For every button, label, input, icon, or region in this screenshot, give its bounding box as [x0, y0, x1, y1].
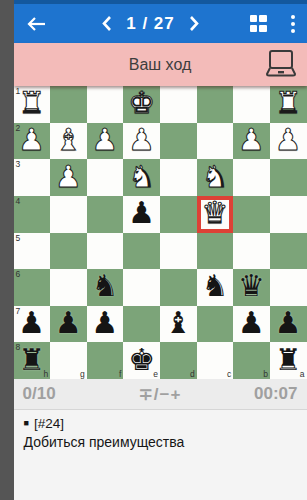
- black-knight: ♞: [201, 271, 228, 301]
- square-a7[interactable]: ♟: [270, 306, 307, 343]
- top-app-bar: 1 / 27: [14, 0, 307, 43]
- square-e8[interactable]: e♚: [123, 342, 160, 379]
- black-rook: ♜: [18, 345, 45, 375]
- file-label: d: [190, 370, 195, 379]
- square-c3[interactable]: ♞: [197, 159, 234, 196]
- file-label: c: [227, 370, 231, 379]
- square-f7[interactable]: ♟: [87, 306, 124, 343]
- grid-icon: [250, 15, 257, 22]
- square-g5[interactable]: [50, 233, 87, 270]
- square-b8[interactable]: b: [233, 342, 270, 379]
- square-b2[interactable]: ♟: [233, 123, 270, 160]
- timer: 00:07: [228, 384, 298, 404]
- puzzle-counter: 1 / 27: [126, 14, 175, 34]
- white-pawn: ♟: [18, 125, 45, 155]
- square-e6[interactable]: [123, 269, 160, 306]
- chevron-right-icon: [189, 15, 200, 32]
- square-e4[interactable]: ♟: [123, 196, 160, 233]
- square-f6[interactable]: ♞: [87, 269, 124, 306]
- square-d1[interactable]: [160, 86, 197, 123]
- white-pawn: ♟: [55, 162, 82, 192]
- square-e7[interactable]: [123, 306, 160, 343]
- square-b7[interactable]: ♟: [233, 306, 270, 343]
- square-b3[interactable]: [233, 159, 270, 196]
- square-g6[interactable]: [50, 269, 87, 306]
- puzzle-navigation: 1 / 27: [52, 14, 250, 34]
- square-d8[interactable]: d: [160, 342, 197, 379]
- black-queen: ♛: [238, 271, 265, 301]
- previous-puzzle-button[interactable]: [101, 15, 112, 32]
- square-e2[interactable]: ♟: [123, 123, 160, 160]
- square-h5[interactable]: 5: [14, 233, 51, 270]
- white-pawn: ♟: [128, 125, 155, 155]
- score-indicator: 0/10: [23, 384, 93, 404]
- square-d5[interactable]: [160, 233, 197, 270]
- square-g2[interactable]: ♝: [50, 123, 87, 160]
- square-a5[interactable]: [270, 233, 307, 270]
- square-g8[interactable]: g: [50, 342, 87, 379]
- square-h7[interactable]: 7♟: [14, 306, 51, 343]
- square-a2[interactable]: ♟: [270, 123, 307, 160]
- square-c2[interactable]: [197, 123, 234, 160]
- square-d6[interactable]: [160, 269, 197, 306]
- goal-evaluation-symbol: ∓/−+: [93, 384, 228, 405]
- overflow-menu-button[interactable]: [289, 13, 297, 35]
- black-pawn: ♟: [275, 308, 302, 338]
- square-b4[interactable]: [233, 196, 270, 233]
- puzzle-list-button[interactable]: [250, 15, 267, 32]
- square-d7[interactable]: ♝: [160, 306, 197, 343]
- rank-label: 3: [16, 160, 21, 169]
- rank-label: 5: [16, 234, 21, 243]
- file-label: g: [80, 370, 85, 379]
- square-a6[interactable]: [270, 269, 307, 306]
- square-g3[interactable]: ♟: [50, 159, 87, 196]
- chess-board: 1♜♚♜2♟♝♟♟♟♟3♟♞♞4♟♛56♞♞♛7♟♟♟♝♟♟8h♜gfe♚dcb…: [14, 86, 307, 379]
- black-pawn: ♟: [18, 308, 45, 338]
- task-number: [#24]: [34, 416, 64, 431]
- black-pawn: ♟: [128, 198, 155, 228]
- white-rook: ♜: [275, 88, 302, 118]
- square-f3[interactable]: [87, 159, 124, 196]
- laptop-icon: [264, 48, 298, 80]
- square-b1[interactable]: [233, 86, 270, 123]
- square-b5[interactable]: [233, 233, 270, 270]
- white-knight: ♞: [128, 162, 155, 192]
- square-e5[interactable]: [123, 233, 160, 270]
- square-c4[interactable]: ♛: [197, 196, 234, 233]
- square-g4[interactable]: [50, 196, 87, 233]
- move-banner: Ваш ход: [14, 43, 307, 86]
- next-puzzle-button[interactable]: [189, 15, 200, 32]
- back-arrow-icon: [26, 16, 46, 32]
- black-king: ♚: [128, 345, 155, 375]
- square-h6[interactable]: 6: [14, 269, 51, 306]
- square-a4[interactable]: [270, 196, 307, 233]
- square-f4[interactable]: [87, 196, 124, 233]
- square-d3[interactable]: [160, 159, 197, 196]
- task-number-line: ■ [#24]: [24, 416, 297, 431]
- file-label: f: [119, 370, 121, 379]
- black-pawn: ♟: [55, 308, 82, 338]
- square-g7[interactable]: ♟: [50, 306, 87, 343]
- square-f5[interactable]: [87, 233, 124, 270]
- square-b6[interactable]: ♛: [233, 269, 270, 306]
- square-h8[interactable]: 8h♜: [14, 342, 51, 379]
- square-f8[interactable]: f: [87, 342, 124, 379]
- bullet-square-icon: ■: [24, 419, 29, 428]
- square-h2[interactable]: 2♟: [14, 123, 51, 160]
- app-screen: 1 / 27 Ваш ход 1♜♚♜2♟♝♟: [14, 0, 307, 500]
- square-c5[interactable]: [197, 233, 234, 270]
- black-bishop: ♝: [165, 308, 192, 338]
- white-rook: ♜: [18, 88, 45, 118]
- engine-button[interactable]: [264, 48, 298, 84]
- square-a3[interactable]: [270, 159, 307, 196]
- black-rook: ♜: [275, 345, 302, 375]
- rank-label: 6: [16, 270, 21, 279]
- square-c6[interactable]: ♞: [197, 269, 234, 306]
- square-h4[interactable]: 4: [14, 196, 51, 233]
- square-d4[interactable]: [160, 196, 197, 233]
- white-knight: ♞: [201, 162, 228, 192]
- file-label: b: [263, 370, 268, 379]
- status-bar: 0/10 ∓/−+ 00:07: [14, 379, 307, 410]
- black-pawn: ♟: [92, 308, 119, 338]
- square-c7[interactable]: [197, 306, 234, 343]
- square-e3[interactable]: ♞: [123, 159, 160, 196]
- square-a8[interactable]: a♜: [270, 342, 307, 379]
- dots-menu-icon: [291, 15, 295, 19]
- back-button[interactable]: [26, 16, 52, 32]
- black-knight: ♞: [92, 271, 119, 301]
- chevron-left-icon: [101, 15, 112, 32]
- task-panel: ■ [#24] Добиться преимущества: [14, 410, 307, 456]
- white-pawn: ♟: [238, 125, 265, 155]
- square-a1[interactable]: ♜: [270, 86, 307, 123]
- square-e1[interactable]: ♚: [123, 86, 160, 123]
- square-g1[interactable]: [50, 86, 87, 123]
- white-queen: ♛: [201, 198, 228, 228]
- square-d2[interactable]: [160, 123, 197, 160]
- white-pawn: ♟: [275, 125, 302, 155]
- task-description: Добиться преимущества: [24, 434, 297, 450]
- square-c8[interactable]: c: [197, 342, 234, 379]
- white-king: ♚: [128, 88, 155, 118]
- square-f1[interactable]: [87, 86, 124, 123]
- square-f2[interactable]: ♟: [87, 123, 124, 160]
- rank-label: 4: [16, 197, 21, 206]
- square-h1[interactable]: 1♜: [14, 86, 51, 123]
- square-c1[interactable]: [197, 86, 234, 123]
- black-pawn: ♟: [238, 308, 265, 338]
- square-h3[interactable]: 3: [14, 159, 51, 196]
- white-pawn: ♟: [92, 125, 119, 155]
- white-bishop: ♝: [55, 125, 82, 155]
